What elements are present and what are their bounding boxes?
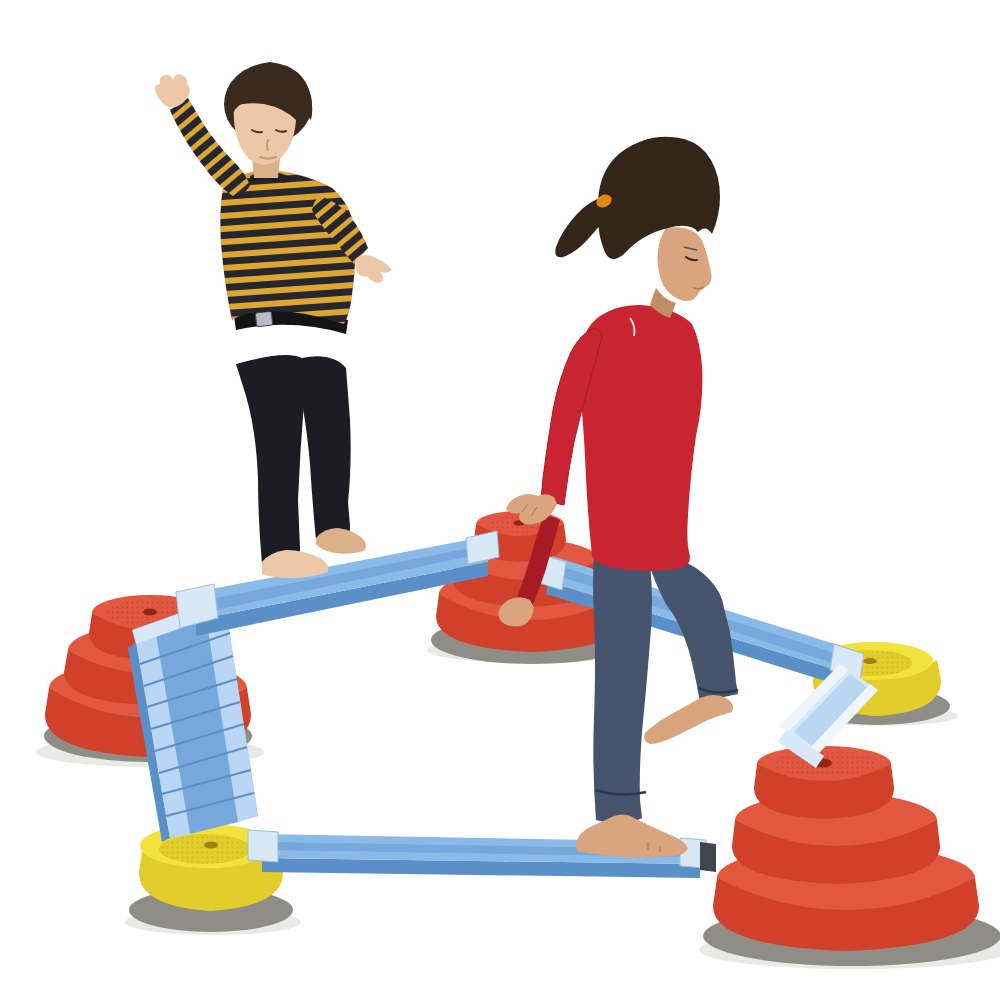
stone-top-hole [204, 842, 218, 849]
beam-end-cap [248, 830, 278, 862]
boy-front-foot [262, 550, 328, 578]
boy [155, 62, 392, 578]
stone-top-texture [159, 834, 251, 864]
stone-top-hole [143, 609, 157, 616]
girl-standing-foot [576, 814, 688, 857]
ramp-left-to-bottomleft [128, 598, 258, 842]
boy-back-foot [316, 528, 366, 554]
stepping-stone-red-bottom-right [703, 746, 1000, 966]
stone-top-hole [863, 658, 877, 664]
boy-front-leg [236, 355, 304, 566]
product-photo [0, 0, 1000, 1000]
boy-back-leg [300, 356, 351, 542]
beam-connector-notch [700, 842, 716, 872]
balance-course-scene [0, 0, 1000, 1000]
boy-left-hand [355, 255, 392, 283]
girl-standing-leg [593, 551, 652, 823]
girl-raised-foot [644, 695, 733, 744]
boy-belt-buckle [255, 311, 272, 327]
girl-face [658, 227, 712, 301]
girl [499, 137, 738, 858]
